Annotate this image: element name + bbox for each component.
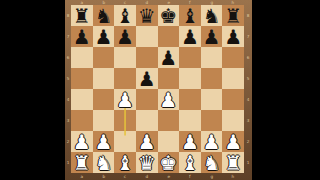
square-e5[interactable] — [158, 68, 180, 89]
square-a2[interactable]: ♟ — [71, 131, 93, 152]
square-b2[interactable]: ♟ — [93, 131, 115, 152]
letterbox-left — [0, 0, 65, 180]
black-knight: ♞ — [203, 6, 221, 26]
square-h6[interactable] — [222, 47, 244, 68]
square-a7[interactable]: ♟ — [71, 26, 93, 47]
square-b3[interactable] — [93, 110, 115, 131]
rank-label-7: 7 — [245, 29, 251, 44]
rank-label-6: 6 — [66, 50, 70, 65]
white-king: ♚ — [159, 153, 177, 173]
rank-label-2: 2 — [245, 134, 251, 149]
square-c5[interactable] — [114, 68, 136, 89]
square-d1[interactable]: ♛ — [136, 152, 158, 173]
file-label-g: g — [204, 174, 219, 179]
file-label-b: b — [96, 174, 111, 179]
square-d7[interactable] — [136, 26, 158, 47]
white-pawn: ♟ — [159, 90, 177, 110]
square-c7[interactable]: ♟ — [114, 26, 136, 47]
rank-label-8: 8 — [66, 8, 70, 23]
white-pawn: ♟ — [181, 132, 199, 152]
black-bishop: ♝ — [116, 6, 134, 26]
square-h3[interactable] — [222, 110, 244, 131]
letterbox-right — [252, 0, 320, 180]
rank-label-6: 6 — [245, 50, 251, 65]
square-h5[interactable] — [222, 68, 244, 89]
square-f5[interactable] — [179, 68, 201, 89]
black-pawn: ♟ — [181, 27, 199, 47]
file-label-e: e — [161, 174, 176, 179]
square-d2[interactable]: ♟ — [136, 131, 158, 152]
square-c2[interactable] — [114, 131, 136, 152]
file-label-a: a — [74, 174, 89, 179]
square-a6[interactable] — [71, 47, 93, 68]
square-f7[interactable]: ♟ — [179, 26, 201, 47]
rank-label-4: 4 — [245, 92, 251, 107]
square-c1[interactable]: ♝ — [114, 152, 136, 173]
square-e8[interactable]: ♚ — [158, 5, 180, 26]
square-f3[interactable] — [179, 110, 201, 131]
white-bishop: ♝ — [116, 153, 134, 173]
black-bishop: ♝ — [181, 6, 199, 26]
rank-label-3: 3 — [66, 113, 70, 128]
video-frame: abcdefgh abcdefgh 87654321 87654321 ♜♞♝♛… — [0, 0, 320, 180]
rank-label-5: 5 — [245, 71, 251, 86]
white-rook: ♜ — [73, 153, 91, 173]
square-b5[interactable] — [93, 68, 115, 89]
square-h7[interactable]: ♟ — [222, 26, 244, 47]
square-h2[interactable]: ♟ — [222, 131, 244, 152]
black-pawn: ♟ — [203, 27, 221, 47]
rank-label-3: 3 — [245, 113, 251, 128]
square-f4[interactable] — [179, 89, 201, 110]
rank-label-1: 1 — [66, 155, 70, 170]
rank-label-2: 2 — [66, 134, 70, 149]
square-g7[interactable]: ♟ — [201, 26, 223, 47]
square-c8[interactable]: ♝ — [114, 5, 136, 26]
square-c4[interactable]: ♟ — [114, 89, 136, 110]
file-label-c: c — [117, 174, 132, 179]
file-label-f: f — [182, 174, 197, 179]
square-d3[interactable] — [136, 110, 158, 131]
square-a8[interactable]: ♜ — [71, 5, 93, 26]
square-g2[interactable]: ♟ — [201, 131, 223, 152]
square-e7[interactable] — [158, 26, 180, 47]
square-d6[interactable] — [136, 47, 158, 68]
white-knight: ♞ — [94, 153, 112, 173]
square-g4[interactable] — [201, 89, 223, 110]
black-pawn: ♟ — [73, 27, 91, 47]
square-f2[interactable]: ♟ — [179, 131, 201, 152]
white-pawn: ♟ — [94, 132, 112, 152]
rank-label-7: 7 — [66, 29, 70, 44]
black-knight: ♞ — [94, 6, 112, 26]
square-d8[interactable]: ♛ — [136, 5, 158, 26]
square-g1[interactable]: ♞ — [201, 152, 223, 173]
square-e4[interactable]: ♟ — [158, 89, 180, 110]
square-h1[interactable]: ♜ — [222, 152, 244, 173]
white-pawn: ♟ — [73, 132, 91, 152]
square-e2[interactable] — [158, 131, 180, 152]
white-pawn: ♟ — [203, 132, 221, 152]
square-a1[interactable]: ♜ — [71, 152, 93, 173]
square-b6[interactable] — [93, 47, 115, 68]
rank-label-4: 4 — [66, 92, 70, 107]
rank-label-8: 8 — [245, 8, 251, 23]
black-pawn: ♟ — [159, 48, 177, 68]
black-pawn: ♟ — [116, 27, 134, 47]
square-a3[interactable] — [71, 110, 93, 131]
square-g6[interactable] — [201, 47, 223, 68]
square-b8[interactable]: ♞ — [93, 5, 115, 26]
square-a4[interactable] — [71, 89, 93, 110]
white-rook: ♜ — [224, 153, 242, 173]
square-g8[interactable]: ♞ — [201, 5, 223, 26]
white-knight: ♞ — [203, 153, 221, 173]
square-h4[interactable] — [222, 89, 244, 110]
black-king: ♚ — [159, 6, 177, 26]
file-label-d: d — [139, 174, 154, 179]
square-a5[interactable] — [71, 68, 93, 89]
white-bishop: ♝ — [181, 153, 199, 173]
square-e6[interactable]: ♟ — [158, 47, 180, 68]
square-c3[interactable] — [114, 110, 136, 131]
square-b1[interactable]: ♞ — [93, 152, 115, 173]
white-queen: ♛ — [138, 153, 156, 173]
rank-label-5: 5 — [66, 71, 70, 86]
square-d4[interactable] — [136, 89, 158, 110]
square-e1[interactable]: ♚ — [158, 152, 180, 173]
square-c6[interactable] — [114, 47, 136, 68]
black-rook: ♜ — [224, 6, 242, 26]
black-pawn: ♟ — [224, 27, 242, 47]
square-g5[interactable] — [201, 68, 223, 89]
chess-board: abcdefgh abcdefgh 87654321 87654321 ♜♞♝♛… — [65, 0, 252, 180]
square-g3[interactable] — [201, 110, 223, 131]
black-pawn: ♟ — [138, 69, 156, 89]
rank-labels-right: 87654321 — [244, 5, 252, 173]
file-label-h: h — [226, 174, 241, 179]
square-h8[interactable]: ♜ — [222, 5, 244, 26]
black-rook: ♜ — [73, 6, 91, 26]
black-pawn: ♟ — [94, 27, 112, 47]
square-b7[interactable]: ♟ — [93, 26, 115, 47]
square-d5[interactable]: ♟ — [136, 68, 158, 89]
white-pawn: ♟ — [224, 132, 242, 152]
square-b4[interactable] — [93, 89, 115, 110]
white-pawn: ♟ — [116, 90, 134, 110]
white-pawn: ♟ — [138, 132, 156, 152]
squares-grid: ♜♞♝♛♚♝♞♜♟♟♟♟♟♟♟♟♟♟♟♟♟♟♟♟♜♞♝♛♚♝♞♜ — [71, 5, 244, 173]
square-f6[interactable] — [179, 47, 201, 68]
square-e3[interactable] — [158, 110, 180, 131]
rank-label-1: 1 — [245, 155, 251, 170]
square-f1[interactable]: ♝ — [179, 152, 201, 173]
square-f8[interactable]: ♝ — [179, 5, 201, 26]
black-queen: ♛ — [138, 6, 156, 26]
